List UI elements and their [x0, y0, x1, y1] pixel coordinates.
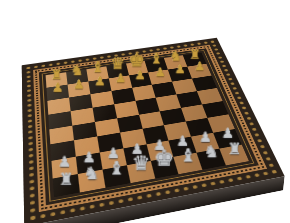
chess-chest: ♜♞♝♛♚♝♞♜♟♟♟♟♟♟♟♟♟♟♟♟♟♟♟♟♜♞♝♛♚♝♞♜ — [22, 38, 285, 223]
product-photo: ♜♞♝♛♚♝♞♜♟♟♟♟♟♟♟♟♟♟♟♟♟♟♟♟♜♞♝♛♚♝♞♜ — [0, 0, 290, 223]
piece-glyph: ♟ — [42, 81, 73, 93]
photo-scene: ♜♞♝♛♚♝♞♜♟♟♟♟♟♟♟♟♟♟♟♟♟♟♟♟♜♞♝♛♚♝♞♜ — [0, 0, 290, 223]
piece-glyph: ♜ — [48, 171, 85, 187]
